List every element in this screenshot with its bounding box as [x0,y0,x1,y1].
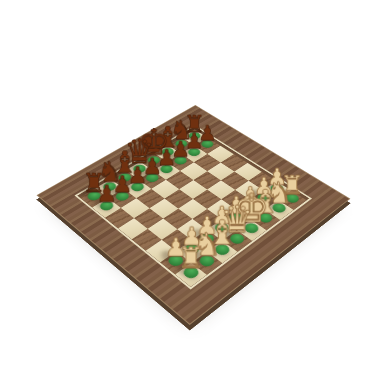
chess-set-photo: ♜♞♝♛♚♝♞♜♟♟♟♟♟♟♟♟♟♟♟♟♟♟♟♟♜♞♝♛♚♝♞♜ [0,0,370,370]
rook-glyph: ♜ [167,219,216,273]
pieces-layer: ♜♞♝♛♚♝♞♜♟♟♟♟♟♟♟♟♟♟♟♟♟♟♟♟♜♞♝♛♚♝♞♜ [80,128,306,284]
chess-board: ♜♞♝♛♚♝♞♜♟♟♟♟♟♟♟♟♟♟♟♟♟♟♟♟♜♞♝♛♚♝♞♜ [38,106,349,324]
pawn-glyph: ♟ [84,157,129,206]
